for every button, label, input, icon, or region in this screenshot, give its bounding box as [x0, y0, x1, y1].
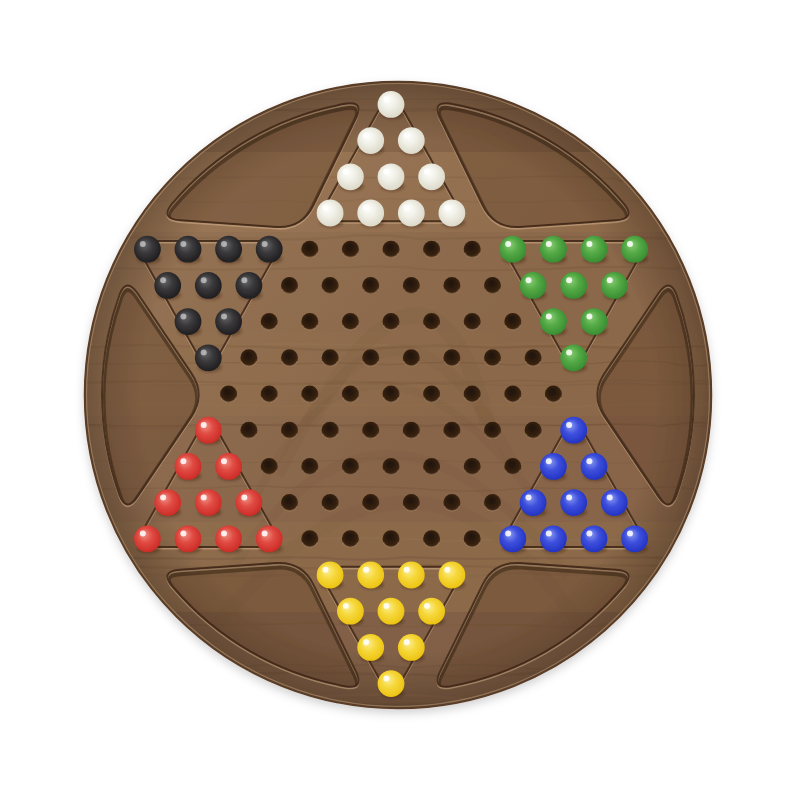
marble-green-9[interactable] — [581, 308, 608, 335]
marble-yellow-8[interactable] — [357, 634, 384, 661]
hole-r11c3[interactable] — [261, 458, 278, 475]
hole-r8c6[interactable] — [403, 349, 420, 366]
marble-yellow-2[interactable] — [357, 562, 384, 589]
hole-r13c9[interactable] — [464, 530, 481, 547]
hole-r13c5[interactable] — [301, 530, 318, 547]
hole-r7c5[interactable] — [342, 313, 359, 330]
hole-r8c7[interactable] — [443, 349, 460, 366]
marble-green-7[interactable] — [601, 272, 628, 299]
hole-r11c8[interactable] — [464, 458, 481, 475]
hole-r9c2[interactable] — [261, 386, 278, 403]
hole-r12c6[interactable] — [362, 494, 379, 511]
marble-red-7[interactable] — [134, 525, 161, 552]
hole-r13c6[interactable] — [342, 530, 359, 547]
marble-blue-7[interactable] — [499, 525, 526, 552]
hole-r12c4[interactable] — [281, 494, 298, 511]
marble-red-4[interactable] — [154, 489, 181, 516]
marble-white-8[interactable] — [357, 200, 384, 227]
marble-black-8[interactable] — [175, 308, 202, 335]
hole-r12c8[interactable] — [443, 494, 460, 511]
marble-green-8[interactable] — [540, 308, 567, 335]
marble-yellow-3[interactable] — [398, 562, 425, 589]
hole-r10c2[interactable] — [240, 422, 257, 439]
marble-white-4[interactable] — [337, 163, 364, 190]
marble-blue-2[interactable] — [540, 453, 567, 480]
marble-red-6[interactable] — [236, 489, 263, 516]
hole-r9c5[interactable] — [383, 386, 400, 403]
marble-yellow-6[interactable] — [378, 598, 405, 625]
marble-green-5[interactable] — [520, 272, 547, 299]
marble-black-10[interactable] — [195, 344, 222, 371]
marble-white-2[interactable] — [357, 127, 384, 154]
hole-r8c4[interactable] — [322, 349, 339, 366]
marble-blue-8[interactable] — [540, 525, 567, 552]
hole-r8c5[interactable] — [362, 349, 379, 366]
hole-r11c4[interactable] — [301, 458, 318, 475]
marble-red-2[interactable] — [175, 453, 202, 480]
hole-r10c4[interactable] — [322, 422, 339, 439]
marble-white-7[interactable] — [317, 200, 344, 227]
marble-green-1[interactable] — [499, 236, 526, 263]
board-surface — [85, 82, 711, 712]
hole-r7c3[interactable] — [261, 313, 278, 330]
marble-blue-6[interactable] — [601, 489, 628, 516]
marble-black-2[interactable] — [175, 236, 202, 263]
marble-yellow-10[interactable] — [378, 670, 405, 697]
hole-r9c8[interactable] — [504, 386, 521, 403]
marble-blue-4[interactable] — [520, 489, 547, 516]
hole-r5c9[interactable] — [464, 241, 481, 258]
hole-r10c9[interactable] — [525, 422, 542, 439]
marble-blue-5[interactable] — [560, 489, 587, 516]
hole-r9c9[interactable] — [545, 386, 562, 403]
hole-r11c6[interactable] — [383, 458, 400, 475]
marble-blue-9[interactable] — [581, 525, 608, 552]
hole-r9c7[interactable] — [464, 386, 481, 403]
chinese-checkers-board — [0, 0, 800, 800]
hole-r5c8[interactable] — [423, 241, 440, 258]
marble-blue-1[interactable] — [560, 417, 587, 444]
marble-green-10[interactable] — [560, 344, 587, 371]
marble-blue-10[interactable] — [621, 525, 648, 552]
marble-red-10[interactable] — [256, 525, 283, 552]
hole-r10c6[interactable] — [403, 422, 420, 439]
marble-black-3[interactable] — [215, 236, 242, 263]
hole-r10c5[interactable] — [362, 422, 379, 439]
marble-yellow-9[interactable] — [398, 634, 425, 661]
hole-r11c9[interactable] — [504, 458, 521, 475]
marble-green-3[interactable] — [581, 236, 608, 263]
hole-r13c7[interactable] — [383, 530, 400, 547]
hole-r8c3[interactable] — [281, 349, 298, 366]
marble-black-4[interactable] — [256, 236, 283, 263]
hole-r6c4[interactable] — [281, 277, 298, 294]
marble-red-3[interactable] — [215, 453, 242, 480]
marble-white-5[interactable] — [378, 163, 405, 190]
hole-r7c4[interactable] — [301, 313, 318, 330]
marble-red-1[interactable] — [195, 417, 222, 444]
marble-yellow-1[interactable] — [317, 562, 344, 589]
hole-r8c2[interactable] — [240, 349, 257, 366]
hole-r7c7[interactable] — [423, 313, 440, 330]
board-photo — [0, 0, 800, 800]
hole-r5c5[interactable] — [301, 241, 318, 258]
hole-r7c6[interactable] — [383, 313, 400, 330]
marble-black-1[interactable] — [134, 236, 161, 263]
marble-red-9[interactable] — [215, 525, 242, 552]
hole-r12c9[interactable] — [484, 494, 501, 511]
hole-r11c5[interactable] — [342, 458, 359, 475]
marble-black-7[interactable] — [236, 272, 263, 299]
marble-green-4[interactable] — [621, 236, 648, 263]
marble-black-5[interactable] — [154, 272, 181, 299]
hole-r5c6[interactable] — [342, 241, 359, 258]
marble-white-3[interactable] — [398, 127, 425, 154]
hole-r6c5[interactable] — [322, 277, 339, 294]
marble-blue-3[interactable] — [581, 453, 608, 480]
hole-r8c9[interactable] — [525, 349, 542, 366]
hole-r12c7[interactable] — [403, 494, 420, 511]
marble-green-6[interactable] — [560, 272, 587, 299]
hole-r10c3[interactable] — [281, 422, 298, 439]
marble-red-5[interactable] — [195, 489, 222, 516]
marble-white-6[interactable] — [418, 163, 445, 190]
hole-r10c8[interactable] — [484, 422, 501, 439]
marble-green-2[interactable] — [540, 236, 567, 263]
hole-r11c7[interactable] — [423, 458, 440, 475]
hole-r5c7[interactable] — [383, 241, 400, 258]
hole-r6c8[interactable] — [443, 277, 460, 294]
hole-r7c8[interactable] — [464, 313, 481, 330]
hole-r6c9[interactable] — [484, 277, 501, 294]
marble-black-6[interactable] — [195, 272, 222, 299]
marble-white-10[interactable] — [439, 200, 466, 227]
marble-yellow-4[interactable] — [439, 562, 466, 589]
hole-r12c5[interactable] — [322, 494, 339, 511]
hole-r9c1[interactable] — [220, 386, 237, 403]
hole-r9c4[interactable] — [342, 386, 359, 403]
marble-black-9[interactable] — [215, 308, 242, 335]
marble-yellow-5[interactable] — [337, 598, 364, 625]
marble-white-9[interactable] — [398, 200, 425, 227]
hole-r10c7[interactable] — [443, 422, 460, 439]
hole-r9c3[interactable] — [301, 386, 318, 403]
hole-r7c9[interactable] — [504, 313, 521, 330]
hole-r6c7[interactable] — [403, 277, 420, 294]
hole-r13c8[interactable] — [423, 530, 440, 547]
hole-r8c8[interactable] — [484, 349, 501, 366]
hole-r6c6[interactable] — [362, 277, 379, 294]
marble-yellow-7[interactable] — [418, 598, 445, 625]
hole-r9c6[interactable] — [423, 386, 440, 403]
marble-white-1[interactable] — [378, 91, 405, 118]
marble-red-8[interactable] — [175, 525, 202, 552]
page — [0, 0, 800, 800]
